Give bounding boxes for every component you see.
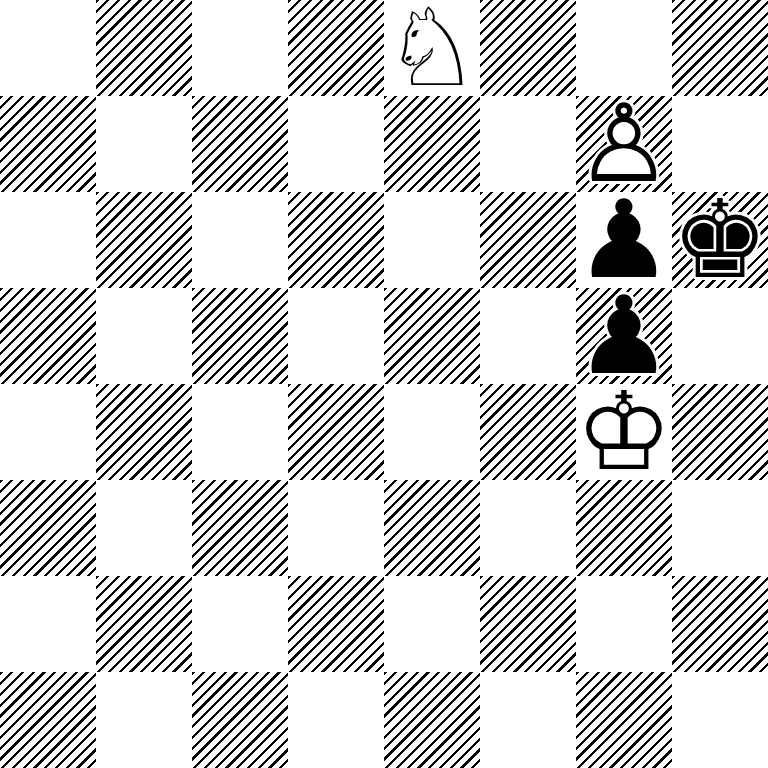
square-b7[interactable] [96, 96, 192, 192]
white-king-icon: ♔ [576, 384, 672, 480]
square-f5[interactable] [480, 288, 576, 384]
square-g4[interactable]: ♚♔ [576, 384, 672, 480]
square-e8[interactable]: ♞♘ [384, 0, 480, 96]
square-c2[interactable] [192, 576, 288, 672]
black-king-icon: ♚ [672, 192, 768, 288]
square-d7[interactable] [288, 96, 384, 192]
square-g7[interactable]: ♟♙ [576, 96, 672, 192]
black-king[interactable]: ♚♚ [672, 192, 768, 288]
square-g3[interactable] [576, 480, 672, 576]
square-b4[interactable] [96, 384, 192, 480]
square-b5[interactable] [96, 288, 192, 384]
square-f7[interactable] [480, 96, 576, 192]
square-e7[interactable] [384, 96, 480, 192]
square-a6[interactable] [0, 192, 96, 288]
square-d6[interactable] [288, 192, 384, 288]
square-b8[interactable] [96, 0, 192, 96]
square-h4[interactable] [672, 384, 768, 480]
square-g5[interactable]: ♟♟ [576, 288, 672, 384]
square-a7[interactable] [0, 96, 96, 192]
square-h1[interactable] [672, 672, 768, 768]
square-d8[interactable] [288, 0, 384, 96]
square-g1[interactable] [576, 672, 672, 768]
square-g6[interactable]: ♟♟ [576, 192, 672, 288]
square-c6[interactable] [192, 192, 288, 288]
square-c4[interactable] [192, 384, 288, 480]
square-f2[interactable] [480, 576, 576, 672]
square-c3[interactable] [192, 480, 288, 576]
square-f8[interactable] [480, 0, 576, 96]
square-c7[interactable] [192, 96, 288, 192]
square-b1[interactable] [96, 672, 192, 768]
square-e4[interactable] [384, 384, 480, 480]
square-e6[interactable] [384, 192, 480, 288]
square-h2[interactable] [672, 576, 768, 672]
black-pawn[interactable]: ♟♟ [576, 288, 672, 384]
square-h5[interactable] [672, 288, 768, 384]
square-h8[interactable] [672, 0, 768, 96]
white-pawn[interactable]: ♟♙ [576, 96, 672, 192]
square-f4[interactable] [480, 384, 576, 480]
square-d3[interactable] [288, 480, 384, 576]
square-c1[interactable] [192, 672, 288, 768]
square-c8[interactable] [192, 0, 288, 96]
square-c5[interactable] [192, 288, 288, 384]
square-f1[interactable] [480, 672, 576, 768]
square-b2[interactable] [96, 576, 192, 672]
black-pawn[interactable]: ♟♟ [576, 192, 672, 288]
square-b6[interactable] [96, 192, 192, 288]
square-h3[interactable] [672, 480, 768, 576]
square-f3[interactable] [480, 480, 576, 576]
square-g2[interactable] [576, 576, 672, 672]
square-a5[interactable] [0, 288, 96, 384]
square-f6[interactable] [480, 192, 576, 288]
square-e3[interactable] [384, 480, 480, 576]
square-a1[interactable] [0, 672, 96, 768]
square-a3[interactable] [0, 480, 96, 576]
black-pawn-icon: ♟ [576, 288, 672, 384]
white-pawn-icon: ♙ [576, 96, 672, 192]
square-e2[interactable] [384, 576, 480, 672]
square-a4[interactable] [0, 384, 96, 480]
white-knight-icon: ♘ [384, 0, 480, 96]
square-d1[interactable] [288, 672, 384, 768]
black-pawn-icon: ♟ [576, 192, 672, 288]
square-b3[interactable] [96, 480, 192, 576]
square-e5[interactable] [384, 288, 480, 384]
square-d4[interactable] [288, 384, 384, 480]
square-a8[interactable] [0, 0, 96, 96]
square-h6[interactable]: ♚♚ [672, 192, 768, 288]
white-king[interactable]: ♚♔ [576, 384, 672, 480]
chess-board: ♞♘♟♙♟♟♚♚♟♟♚♔ [0, 0, 768, 768]
white-knight[interactable]: ♞♘ [384, 0, 480, 96]
square-g8[interactable] [576, 0, 672, 96]
square-h7[interactable] [672, 96, 768, 192]
square-d5[interactable] [288, 288, 384, 384]
square-d2[interactable] [288, 576, 384, 672]
square-a2[interactable] [0, 576, 96, 672]
square-e1[interactable] [384, 672, 480, 768]
